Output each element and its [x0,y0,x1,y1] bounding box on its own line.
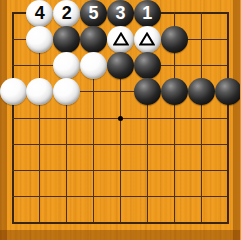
stone-move-number: 3 [115,4,125,22]
grid-line-horizontal [12,196,229,197]
stone-white-move-4[interactable]: 4 [26,0,53,27]
stone-white-move-2[interactable]: 2 [53,0,80,27]
board-edge-shade-bottom [0,230,240,240]
stone-black-move-3[interactable]: 3 [107,0,134,27]
stone-black[interactable] [215,78,241,105]
grid-line-horizontal [12,222,229,224]
grid-line-horizontal [12,144,229,145]
stone-black[interactable] [107,52,134,79]
go-board[interactable]: 42531 [0,0,240,240]
stone-black[interactable] [161,78,188,105]
stone-black[interactable] [53,26,80,53]
stone-black[interactable] [134,78,161,105]
stone-black[interactable] [161,26,188,53]
stone-black-move-1[interactable]: 1 [134,0,161,27]
stone-move-number: 2 [62,4,72,22]
stone-white[interactable] [0,78,27,105]
star-point [118,116,123,121]
grid-line-vertical [227,12,229,224]
stone-black[interactable] [134,52,161,79]
stone-move-number: 1 [142,4,152,22]
stone-white-marked[interactable] [134,26,161,53]
stone-white-marked[interactable] [107,26,134,53]
triangle-mark-icon [139,32,155,46]
grid-line-horizontal [12,170,229,171]
stone-move-number: 5 [89,4,99,22]
stone-white[interactable] [26,26,53,53]
stone-black[interactable] [188,78,215,105]
grid-line-vertical [201,12,202,224]
stone-move-number: 4 [35,4,45,22]
board-edge-shade-left [0,0,7,240]
stone-white[interactable] [80,52,107,79]
triangle-mark-icon [113,32,129,46]
board-edge-shade-right [233,0,240,240]
stone-black-move-5[interactable]: 5 [80,0,107,27]
stone-black[interactable] [80,26,107,53]
